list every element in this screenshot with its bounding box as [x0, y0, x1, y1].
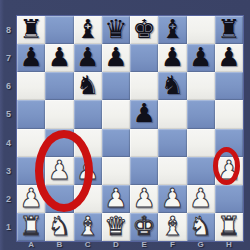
square-a8[interactable]: ♜: [17, 16, 45, 44]
rank-labels: 87654321: [0, 16, 17, 241]
black-pawn[interactable]: ♟: [48, 44, 71, 71]
square-d5[interactable]: [102, 100, 130, 128]
square-f1[interactable]: ♝: [158, 213, 186, 241]
white-pawn[interactable]: ♟: [104, 185, 127, 212]
square-a6[interactable]: [17, 72, 45, 100]
square-b4[interactable]: [45, 129, 73, 157]
black-pawn[interactable]: ♟: [132, 100, 155, 127]
square-c5[interactable]: [74, 100, 102, 128]
square-c6[interactable]: ♞: [74, 72, 102, 100]
white-pawn[interactable]: ♟: [217, 157, 240, 184]
square-b8[interactable]: [45, 16, 73, 44]
square-d4[interactable]: [102, 129, 130, 157]
square-e8[interactable]: ♚: [130, 16, 158, 44]
file-label-h: H: [215, 240, 243, 250]
white-pawn[interactable]: ♟: [48, 157, 71, 184]
white-rook[interactable]: ♜: [217, 213, 240, 240]
square-d1[interactable]: ♛: [102, 213, 130, 241]
file-label-c: C: [74, 240, 102, 250]
square-f6[interactable]: ♞: [158, 72, 186, 100]
square-a5[interactable]: [17, 100, 45, 128]
square-g3[interactable]: [187, 157, 215, 185]
white-pawn[interactable]: ♟: [76, 157, 99, 184]
white-queen[interactable]: ♛: [104, 213, 127, 240]
square-c7[interactable]: ♟: [74, 44, 102, 72]
square-h4[interactable]: [215, 129, 243, 157]
rank-label-1: 1: [0, 213, 17, 241]
rank-label-7: 7: [0, 44, 17, 72]
square-d8[interactable]: ♛: [102, 16, 130, 44]
square-e4[interactable]: [130, 129, 158, 157]
square-h2[interactable]: [215, 185, 243, 213]
square-d3[interactable]: [102, 157, 130, 185]
square-g5[interactable]: [187, 100, 215, 128]
white-bishop[interactable]: ♝: [161, 213, 184, 240]
square-g6[interactable]: [187, 72, 215, 100]
rank-label-8: 8: [0, 16, 17, 44]
black-rook[interactable]: ♜: [217, 16, 240, 43]
square-a7[interactable]: ♟: [17, 44, 45, 72]
square-e7[interactable]: [130, 44, 158, 72]
square-f8[interactable]: ♝: [158, 16, 186, 44]
black-pawn[interactable]: ♟: [19, 44, 42, 71]
file-label-b: B: [45, 240, 73, 250]
square-a4[interactable]: [17, 129, 45, 157]
black-pawn[interactable]: ♟: [104, 44, 127, 71]
white-rook[interactable]: ♜: [19, 213, 42, 240]
board: ♜♝♛♚♝♜♟♟♟♟♟♟♟♞♞♟♟♟♟♟♟♟♟♟♜♞♝♛♚♝♞♜: [17, 16, 243, 241]
black-knight[interactable]: ♞: [161, 72, 184, 99]
square-g2[interactable]: ♟: [187, 185, 215, 213]
white-pawn[interactable]: ♟: [161, 185, 184, 212]
white-pawn[interactable]: ♟: [189, 185, 212, 212]
square-b3[interactable]: ♟: [45, 157, 73, 185]
black-knight[interactable]: ♞: [76, 72, 99, 99]
square-a3[interactable]: [17, 157, 45, 185]
square-c3[interactable]: ♟: [74, 157, 102, 185]
black-pawn[interactable]: ♟: [161, 44, 184, 71]
square-e5[interactable]: ♟: [130, 100, 158, 128]
rank-label-6: 6: [0, 72, 17, 100]
square-g8[interactable]: [187, 16, 215, 44]
rank-label-3: 3: [0, 157, 17, 185]
square-d7[interactable]: ♟: [102, 44, 130, 72]
square-e6[interactable]: [130, 72, 158, 100]
file-label-g: G: [187, 240, 215, 250]
square-f7[interactable]: ♟: [158, 44, 186, 72]
white-bishop[interactable]: ♝: [76, 213, 99, 240]
square-f5[interactable]: [158, 100, 186, 128]
white-knight[interactable]: ♞: [48, 213, 71, 240]
square-f4[interactable]: [158, 129, 186, 157]
square-h8[interactable]: ♜: [215, 16, 243, 44]
square-h3[interactable]: ♟: [215, 157, 243, 185]
file-label-a: A: [17, 240, 45, 250]
black-bishop[interactable]: ♝: [76, 16, 99, 43]
black-pawn[interactable]: ♟: [217, 44, 240, 71]
square-g1[interactable]: ♞: [187, 213, 215, 241]
file-label-e: E: [130, 240, 158, 250]
square-c2[interactable]: [74, 185, 102, 213]
black-rook[interactable]: ♜: [19, 16, 42, 43]
square-c1[interactable]: ♝: [74, 213, 102, 241]
black-pawn[interactable]: ♟: [189, 44, 212, 71]
square-e2[interactable]: ♟: [130, 185, 158, 213]
file-labels: ABCDEFGH: [17, 240, 243, 250]
square-a1[interactable]: ♜: [17, 213, 45, 241]
square-d6[interactable]: [102, 72, 130, 100]
square-b5[interactable]: [45, 100, 73, 128]
square-h1[interactable]: ♜: [215, 213, 243, 241]
chessboard-panel: ♜♝♛♚♝♜♟♟♟♟♟♟♟♞♞♟♟♟♟♟♟♟♟♟♜♞♝♛♚♝♞♜ 8765432…: [0, 0, 250, 250]
black-queen[interactable]: ♛: [104, 16, 127, 43]
square-e1[interactable]: ♚: [130, 213, 158, 241]
square-d2[interactable]: ♟: [102, 185, 130, 213]
square-c8[interactable]: ♝: [74, 16, 102, 44]
square-h5[interactable]: [215, 100, 243, 128]
square-b7[interactable]: ♟: [45, 44, 73, 72]
square-e3[interactable]: [130, 157, 158, 185]
rank-label-2: 2: [0, 185, 17, 213]
square-b6[interactable]: [45, 72, 73, 100]
square-b2[interactable]: [45, 185, 73, 213]
square-a2[interactable]: ♟: [17, 185, 45, 213]
square-h6[interactable]: [215, 72, 243, 100]
white-pawn[interactable]: ♟: [19, 185, 42, 212]
file-label-f: F: [158, 240, 186, 250]
square-f2[interactable]: ♟: [158, 185, 186, 213]
white-knight[interactable]: ♞: [189, 213, 212, 240]
rank-label-5: 5: [0, 100, 17, 128]
square-g7[interactable]: ♟: [187, 44, 215, 72]
square-h7[interactable]: ♟: [215, 44, 243, 72]
white-pawn[interactable]: ♟: [132, 185, 155, 212]
square-b1[interactable]: ♞: [45, 213, 73, 241]
white-king[interactable]: ♚: [132, 213, 155, 240]
square-g4[interactable]: [187, 129, 215, 157]
black-pawn[interactable]: ♟: [76, 44, 99, 71]
file-label-d: D: [102, 240, 130, 250]
black-bishop[interactable]: ♝: [161, 16, 184, 43]
square-c4[interactable]: [74, 129, 102, 157]
square-f3[interactable]: [158, 157, 186, 185]
black-king[interactable]: ♚: [132, 16, 155, 43]
rank-label-4: 4: [0, 129, 17, 157]
